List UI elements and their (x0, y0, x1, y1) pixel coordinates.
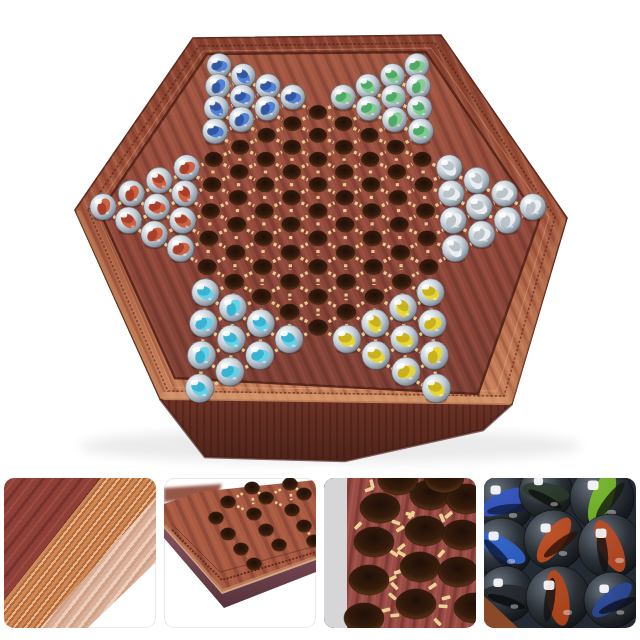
hole (416, 203, 434, 218)
hole (281, 245, 300, 260)
hole (309, 128, 327, 142)
marble-white (440, 207, 467, 234)
marble-yellow (389, 294, 417, 322)
hole (280, 304, 299, 320)
marble-cyan (217, 325, 245, 353)
hole (405, 516, 445, 546)
marble-white (468, 221, 495, 248)
marble-blue (205, 74, 230, 99)
hole (337, 304, 356, 320)
hole (390, 217, 408, 232)
marble-white (466, 194, 493, 221)
hole (336, 190, 354, 205)
marble-white (438, 180, 464, 206)
marble-closeup (584, 572, 636, 628)
hole (256, 177, 274, 192)
hole (231, 140, 249, 155)
marble-blue (255, 74, 280, 99)
marble-green (407, 96, 432, 121)
hole (284, 117, 302, 131)
hole (335, 117, 353, 131)
marble-red (172, 180, 198, 206)
marble-white (464, 167, 490, 193)
hole (283, 140, 301, 155)
main-product-photo (0, 0, 640, 472)
hole (255, 203, 273, 218)
hole (228, 217, 246, 232)
marble-yellow (420, 341, 449, 370)
hole (205, 152, 223, 167)
hole (413, 152, 431, 167)
marble-red (118, 180, 144, 206)
hole (336, 245, 355, 260)
marble-blue (204, 96, 229, 121)
hole (258, 128, 276, 142)
hole (297, 520, 312, 533)
marble-white (520, 194, 547, 221)
hole (442, 520, 476, 550)
hole (225, 274, 244, 290)
hole (335, 165, 353, 180)
hole (392, 274, 411, 290)
thumbnail-inlay-holes[interactable] (324, 478, 476, 628)
thumbnail-board-corner[interactable] (164, 478, 316, 628)
hole (309, 231, 328, 246)
marble-cyan (247, 309, 275, 337)
hole (336, 274, 355, 290)
hole (364, 259, 383, 274)
marble-cyan (190, 309, 218, 337)
marble-closeup (526, 566, 590, 628)
marble-green (356, 96, 381, 121)
hole (363, 231, 382, 246)
marble-white (494, 207, 521, 234)
hole (336, 217, 354, 232)
thumbnail-strip (4, 478, 636, 628)
hole (309, 152, 327, 167)
marble-closeup (524, 510, 584, 570)
hole (230, 165, 248, 180)
hole (259, 524, 274, 537)
hole (203, 177, 221, 192)
thumbnail-marbles-pile[interactable] (484, 478, 636, 628)
hole (344, 603, 384, 628)
hole (361, 128, 379, 142)
hole (400, 552, 440, 582)
hole (418, 231, 437, 246)
marble-yellow (362, 341, 391, 370)
hole (259, 492, 274, 505)
marble-yellow (390, 325, 418, 353)
hole (388, 165, 406, 180)
hole (254, 231, 273, 246)
hole (281, 274, 300, 290)
marble-green (382, 107, 407, 132)
marble-cyan (219, 294, 247, 322)
marble-red (141, 221, 168, 248)
marble-red (167, 235, 194, 262)
hole (283, 165, 301, 180)
marble-closeup (578, 514, 636, 578)
hole (252, 289, 271, 305)
hole (272, 539, 287, 552)
marble-red (144, 194, 171, 221)
marble-cyan (185, 374, 214, 403)
marble-green (408, 118, 434, 144)
hole (419, 259, 438, 274)
hole (391, 245, 410, 260)
marble-yellow (392, 357, 421, 386)
hole (201, 203, 219, 218)
hole (283, 478, 298, 490)
marble-red (169, 207, 196, 234)
marble-yellow (417, 279, 445, 307)
marble-green (356, 74, 381, 99)
marble-red (115, 207, 142, 234)
marble-blue (229, 107, 254, 132)
hole (234, 543, 249, 556)
marble-yellow (361, 309, 389, 337)
hole (200, 231, 219, 246)
hole (308, 289, 327, 305)
marble-white (442, 235, 469, 262)
marble-green (331, 85, 356, 110)
hole (229, 190, 247, 205)
hole (285, 504, 300, 517)
marble-cyan (187, 341, 216, 370)
hole (309, 259, 328, 274)
hole (247, 558, 262, 571)
hole (253, 259, 272, 274)
marble-red (174, 155, 200, 181)
hole (438, 557, 476, 587)
hole (396, 589, 436, 619)
hole (282, 190, 300, 205)
marble-blue (280, 85, 305, 110)
hole (209, 512, 224, 525)
marble-cyan (216, 357, 245, 386)
marble-blue (230, 85, 255, 110)
product-photo-page (0, 0, 640, 640)
hole (362, 177, 380, 192)
marble-green (406, 74, 431, 99)
hole (221, 496, 236, 509)
hole (354, 527, 394, 557)
hole (360, 493, 400, 523)
hole (415, 177, 433, 192)
hole (221, 528, 236, 541)
hole (198, 259, 217, 274)
hole (247, 508, 262, 521)
marble-yellow (333, 325, 361, 353)
marble-yellow (422, 374, 451, 403)
hole (308, 320, 327, 336)
hole (349, 565, 389, 595)
hole (309, 105, 326, 119)
marble-yellow (418, 309, 446, 337)
marble-cyan (192, 279, 220, 307)
chinese-checkers-board (0, 0, 640, 472)
hole (226, 245, 245, 260)
hole (309, 177, 327, 192)
hole (257, 152, 275, 167)
marble-green (381, 85, 406, 110)
hole (365, 289, 384, 305)
gray-strip (324, 478, 347, 628)
marble-cyan (246, 341, 275, 370)
marble-red (90, 194, 117, 221)
marble-blue (255, 96, 280, 121)
marble-white (491, 180, 517, 206)
hole (361, 152, 379, 167)
hole (387, 140, 405, 155)
hole (309, 203, 327, 218)
hole (282, 217, 300, 232)
hole (389, 190, 407, 205)
marble-blue (202, 118, 228, 144)
hole (363, 203, 381, 218)
hole (245, 482, 260, 495)
marble-red (146, 167, 172, 193)
hole (335, 140, 353, 155)
marble-white (436, 155, 462, 181)
thumbnail-board-edge[interactable] (4, 478, 156, 628)
marble-cyan (275, 325, 303, 353)
hole (297, 488, 312, 501)
